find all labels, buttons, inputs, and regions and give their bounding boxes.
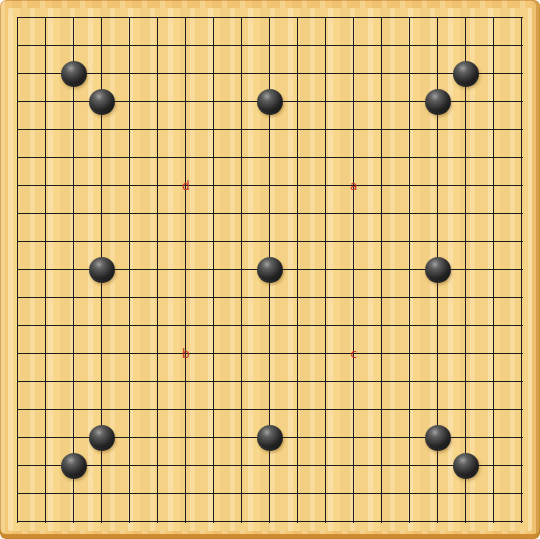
move-label-a[interactable]: a <box>350 180 357 192</box>
goban[interactable]: abcd <box>0 0 540 539</box>
move-label-c[interactable]: c <box>350 348 357 360</box>
move-label-b[interactable]: b <box>182 348 190 360</box>
labels-layer: abcd <box>0 0 540 539</box>
move-label-d[interactable]: d <box>182 180 190 192</box>
